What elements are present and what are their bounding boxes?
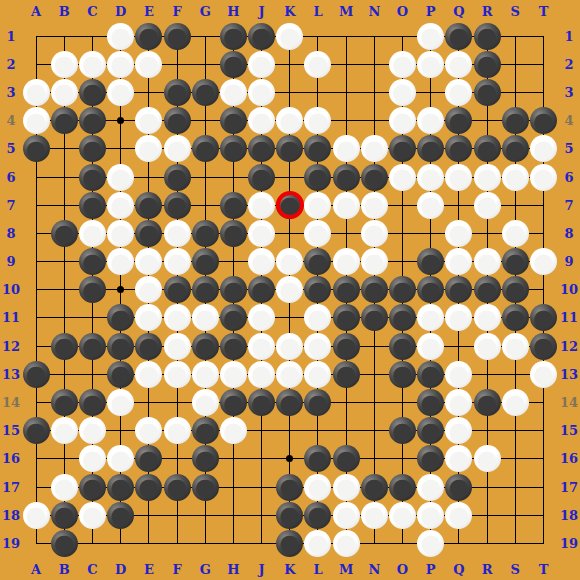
intersection-A16[interactable] [22,445,50,473]
intersection-C17[interactable]: ● [78,473,106,501]
intersection-E9[interactable]: ● [135,248,163,276]
intersection-T18[interactable] [529,501,557,529]
intersection-T13[interactable]: ● [529,360,557,388]
intersection-Q9[interactable]: ● [445,248,473,276]
intersection-B12[interactable]: ● [50,332,78,360]
intersection-H6[interactable] [219,163,247,191]
intersection-H13[interactable]: ● [219,360,247,388]
intersection-G6[interactable] [191,163,219,191]
intersection-E13[interactable]: ● [135,360,163,388]
intersection-T7[interactable] [529,191,557,219]
intersection-E16[interactable]: ● [135,445,163,473]
intersection-P7[interactable]: ● [417,191,445,219]
intersection-C14[interactable]: ● [78,388,106,416]
intersection-E11[interactable]: ● [135,304,163,332]
intersection-Q2[interactable]: ● [445,50,473,78]
intersection-P8[interactable] [417,219,445,247]
intersection-R8[interactable] [473,219,501,247]
intersection-S14[interactable]: ● [501,388,529,416]
intersection-J14[interactable]: ● [248,388,276,416]
intersection-L9[interactable]: ● [304,248,332,276]
intersection-R14[interactable]: ● [473,388,501,416]
intersection-M16[interactable]: ● [332,445,360,473]
intersection-M1[interactable] [332,22,360,50]
intersection-Q3[interactable]: ● [445,78,473,106]
intersection-G19[interactable] [191,529,219,557]
intersection-N6[interactable]: ● [360,163,388,191]
intersection-D17[interactable]: ● [107,473,135,501]
intersection-K11[interactable] [276,304,304,332]
intersection-R7[interactable]: ● [473,191,501,219]
intersection-G1[interactable] [191,22,219,50]
intersection-D18[interactable]: ● [107,501,135,529]
intersection-D10[interactable] [107,276,135,304]
intersection-S12[interactable]: ● [501,332,529,360]
intersection-J19[interactable] [248,529,276,557]
intersection-S7[interactable] [501,191,529,219]
intersection-M3[interactable] [332,78,360,106]
intersection-H5[interactable]: ● [219,135,247,163]
intersection-T12[interactable]: ● [529,332,557,360]
intersection-K16[interactable] [276,445,304,473]
intersection-L3[interactable] [304,78,332,106]
intersection-D3[interactable]: ● [107,78,135,106]
intersection-R16[interactable]: ● [473,445,501,473]
intersection-M10[interactable]: ● [332,276,360,304]
intersection-E2[interactable]: ● [135,50,163,78]
intersection-R2[interactable]: ● [473,50,501,78]
intersection-F4[interactable]: ● [163,107,191,135]
intersection-S1[interactable] [501,22,529,50]
intersection-A19[interactable] [22,529,50,557]
intersection-P4[interactable]: ● [417,107,445,135]
intersection-J1[interactable]: ● [248,22,276,50]
intersection-B8[interactable]: ● [50,219,78,247]
intersection-G4[interactable] [191,107,219,135]
intersection-T3[interactable] [529,78,557,106]
intersection-T17[interactable] [529,473,557,501]
intersection-A1[interactable] [22,22,50,50]
intersection-B13[interactable] [50,360,78,388]
intersection-N4[interactable] [360,107,388,135]
intersection-N13[interactable] [360,360,388,388]
intersection-T1[interactable] [529,22,557,50]
intersection-S19[interactable] [501,529,529,557]
intersection-L11[interactable]: ● [304,304,332,332]
intersection-C8[interactable]: ● [78,219,106,247]
intersection-Q6[interactable]: ● [445,163,473,191]
intersection-R19[interactable] [473,529,501,557]
intersection-N11[interactable]: ● [360,304,388,332]
intersection-P17[interactable]: ● [417,473,445,501]
intersection-B11[interactable] [50,304,78,332]
intersection-M5[interactable]: ● [332,135,360,163]
intersection-J5[interactable]: ● [248,135,276,163]
intersection-P19[interactable]: ● [417,529,445,557]
intersection-Q17[interactable]: ● [445,473,473,501]
intersection-L5[interactable]: ● [304,135,332,163]
intersection-B18[interactable]: ● [50,501,78,529]
intersection-O3[interactable]: ● [388,78,416,106]
intersection-M9[interactable]: ● [332,248,360,276]
intersection-K8[interactable] [276,219,304,247]
intersection-A17[interactable] [22,473,50,501]
intersection-H11[interactable]: ● [219,304,247,332]
intersection-F16[interactable] [163,445,191,473]
intersection-P12[interactable]: ● [417,332,445,360]
intersection-C7[interactable]: ● [78,191,106,219]
intersection-F19[interactable] [163,529,191,557]
intersection-S10[interactable]: ● [501,276,529,304]
intersection-H16[interactable] [219,445,247,473]
intersection-D7[interactable]: ● [107,191,135,219]
intersection-J12[interactable]: ● [248,332,276,360]
intersection-T15[interactable] [529,417,557,445]
intersection-G2[interactable] [191,50,219,78]
intersection-P15[interactable]: ● [417,417,445,445]
intersection-L8[interactable]: ● [304,219,332,247]
intersection-A4[interactable]: ● [22,107,50,135]
intersection-K18[interactable]: ● [276,501,304,529]
intersection-N3[interactable] [360,78,388,106]
intersection-R6[interactable]: ● [473,163,501,191]
intersection-P18[interactable]: ● [417,501,445,529]
intersection-K15[interactable] [276,417,304,445]
intersection-R17[interactable] [473,473,501,501]
intersection-M13[interactable]: ● [332,360,360,388]
intersection-R12[interactable]: ● [473,332,501,360]
intersection-B1[interactable] [50,22,78,50]
intersection-R1[interactable]: ● [473,22,501,50]
intersection-N2[interactable] [360,50,388,78]
intersection-F12[interactable]: ● [163,332,191,360]
intersection-D1[interactable]: ● [107,22,135,50]
intersection-K5[interactable]: ● [276,135,304,163]
intersection-T8[interactable] [529,219,557,247]
intersection-O18[interactable]: ● [388,501,416,529]
intersection-F10[interactable]: ● [163,276,191,304]
intersection-S18[interactable] [501,501,529,529]
intersection-D2[interactable]: ● [107,50,135,78]
intersection-E4[interactable]: ● [135,107,163,135]
intersection-L10[interactable]: ● [304,276,332,304]
intersection-D19[interactable] [107,529,135,557]
intersection-B14[interactable]: ● [50,388,78,416]
intersection-C12[interactable]: ● [78,332,106,360]
intersection-B16[interactable] [50,445,78,473]
intersection-E19[interactable] [135,529,163,557]
intersection-J18[interactable] [248,501,276,529]
intersection-E7[interactable]: ● [135,191,163,219]
intersection-L19[interactable]: ● [304,529,332,557]
intersection-H8[interactable]: ● [219,219,247,247]
intersection-N17[interactable]: ● [360,473,388,501]
intersection-C3[interactable]: ● [78,78,106,106]
intersection-Q12[interactable] [445,332,473,360]
intersection-R5[interactable]: ● [473,135,501,163]
intersection-A7[interactable] [22,191,50,219]
intersection-G16[interactable]: ● [191,445,219,473]
intersection-Q1[interactable]: ● [445,22,473,50]
intersection-E8[interactable]: ● [135,219,163,247]
intersection-B7[interactable] [50,191,78,219]
intersection-J2[interactable]: ● [248,50,276,78]
intersection-Q10[interactable]: ● [445,276,473,304]
intersection-O16[interactable] [388,445,416,473]
intersection-B2[interactable]: ● [50,50,78,78]
intersection-O7[interactable] [388,191,416,219]
intersection-B19[interactable]: ● [50,529,78,557]
intersection-A2[interactable] [22,50,50,78]
intersection-S15[interactable] [501,417,529,445]
intersection-H1[interactable]: ● [219,22,247,50]
intersection-O17[interactable]: ● [388,473,416,501]
intersection-A12[interactable] [22,332,50,360]
intersection-J4[interactable]: ● [248,107,276,135]
intersection-G14[interactable]: ● [191,388,219,416]
intersection-R18[interactable] [473,501,501,529]
intersection-B9[interactable] [50,248,78,276]
intersection-K12[interactable]: ● [276,332,304,360]
intersection-N16[interactable] [360,445,388,473]
intersection-E17[interactable]: ● [135,473,163,501]
intersection-J7[interactable]: ● [248,191,276,219]
intersection-F9[interactable]: ● [163,248,191,276]
intersection-Q7[interactable] [445,191,473,219]
intersection-B17[interactable]: ● [50,473,78,501]
intersection-P5[interactable]: ● [417,135,445,163]
intersection-F5[interactable]: ● [163,135,191,163]
intersection-D13[interactable]: ● [107,360,135,388]
intersection-N9[interactable]: ● [360,248,388,276]
intersection-F14[interactable] [163,388,191,416]
intersection-R3[interactable]: ● [473,78,501,106]
intersection-A10[interactable] [22,276,50,304]
intersection-Q5[interactable]: ● [445,135,473,163]
intersection-G11[interactable]: ● [191,304,219,332]
intersection-O8[interactable] [388,219,416,247]
intersection-B10[interactable] [50,276,78,304]
intersection-S17[interactable] [501,473,529,501]
intersection-D4[interactable] [107,107,135,135]
intersection-B3[interactable]: ● [50,78,78,106]
intersection-M7[interactable]: ● [332,191,360,219]
intersection-L15[interactable] [304,417,332,445]
intersection-M17[interactable]: ● [332,473,360,501]
intersection-H9[interactable] [219,248,247,276]
intersection-J15[interactable] [248,417,276,445]
intersection-D15[interactable] [107,417,135,445]
intersection-F13[interactable]: ● [163,360,191,388]
intersection-K6[interactable] [276,163,304,191]
intersection-K14[interactable]: ● [276,388,304,416]
intersection-J10[interactable]: ● [248,276,276,304]
intersection-K7[interactable]: ● [276,191,304,219]
intersection-S3[interactable] [501,78,529,106]
intersection-A18[interactable]: ● [22,501,50,529]
intersection-G17[interactable]: ● [191,473,219,501]
intersection-C11[interactable] [78,304,106,332]
intersection-T11[interactable]: ● [529,304,557,332]
intersection-S4[interactable]: ● [501,107,529,135]
intersection-S11[interactable]: ● [501,304,529,332]
intersection-D6[interactable]: ● [107,163,135,191]
intersection-E5[interactable]: ● [135,135,163,163]
intersection-O13[interactable]: ● [388,360,416,388]
intersection-O12[interactable]: ● [388,332,416,360]
intersection-O1[interactable] [388,22,416,50]
intersection-O4[interactable]: ● [388,107,416,135]
intersection-L12[interactable]: ● [304,332,332,360]
intersection-A9[interactable] [22,248,50,276]
intersection-D12[interactable]: ● [107,332,135,360]
intersection-Q15[interactable]: ● [445,417,473,445]
intersection-B6[interactable] [50,163,78,191]
intersection-C2[interactable]: ● [78,50,106,78]
intersection-H14[interactable]: ● [219,388,247,416]
intersection-M18[interactable]: ● [332,501,360,529]
intersection-H12[interactable]: ● [219,332,247,360]
intersection-H19[interactable] [219,529,247,557]
intersection-K19[interactable]: ● [276,529,304,557]
intersection-N19[interactable] [360,529,388,557]
intersection-O10[interactable]: ● [388,276,416,304]
intersection-N18[interactable]: ● [360,501,388,529]
intersection-J16[interactable] [248,445,276,473]
intersection-C16[interactable]: ● [78,445,106,473]
intersection-F15[interactable]: ● [163,417,191,445]
intersection-S6[interactable]: ● [501,163,529,191]
intersection-Q14[interactable]: ● [445,388,473,416]
intersection-T19[interactable] [529,529,557,557]
intersection-S5[interactable]: ● [501,135,529,163]
intersection-E18[interactable] [135,501,163,529]
intersection-T4[interactable]: ● [529,107,557,135]
intersection-C19[interactable] [78,529,106,557]
intersection-S8[interactable]: ● [501,219,529,247]
intersection-C4[interactable]: ● [78,107,106,135]
intersection-O11[interactable]: ● [388,304,416,332]
intersection-F1[interactable]: ● [163,22,191,50]
intersection-K10[interactable]: ● [276,276,304,304]
intersection-K13[interactable]: ● [276,360,304,388]
intersection-G13[interactable]: ● [191,360,219,388]
intersection-N7[interactable]: ● [360,191,388,219]
intersection-H17[interactable] [219,473,247,501]
intersection-F2[interactable] [163,50,191,78]
intersection-M8[interactable] [332,219,360,247]
intersection-F11[interactable]: ● [163,304,191,332]
intersection-A14[interactable] [22,388,50,416]
intersection-J9[interactable]: ● [248,248,276,276]
intersection-D16[interactable]: ● [107,445,135,473]
intersection-N14[interactable] [360,388,388,416]
intersection-L2[interactable]: ● [304,50,332,78]
intersection-G5[interactable]: ● [191,135,219,163]
intersection-Q8[interactable]: ● [445,219,473,247]
intersection-S9[interactable]: ● [501,248,529,276]
intersection-C10[interactable]: ● [78,276,106,304]
intersection-A13[interactable]: ● [22,360,50,388]
intersection-L4[interactable]: ● [304,107,332,135]
intersection-G15[interactable]: ● [191,417,219,445]
intersection-H2[interactable]: ● [219,50,247,78]
intersection-O19[interactable] [388,529,416,557]
intersection-T9[interactable]: ● [529,248,557,276]
intersection-P10[interactable]: ● [417,276,445,304]
intersection-P11[interactable]: ● [417,304,445,332]
intersection-G12[interactable]: ● [191,332,219,360]
intersection-L14[interactable]: ● [304,388,332,416]
intersection-L7[interactable]: ● [304,191,332,219]
intersection-O14[interactable] [388,388,416,416]
intersection-O15[interactable]: ● [388,417,416,445]
intersection-P13[interactable]: ● [417,360,445,388]
intersection-F6[interactable]: ● [163,163,191,191]
intersection-E6[interactable] [135,163,163,191]
intersection-S16[interactable] [501,445,529,473]
intersection-G10[interactable]: ● [191,276,219,304]
intersection-E14[interactable] [135,388,163,416]
intersection-T14[interactable] [529,388,557,416]
intersection-M12[interactable]: ● [332,332,360,360]
intersection-P9[interactable]: ● [417,248,445,276]
intersection-G18[interactable] [191,501,219,529]
intersection-P16[interactable]: ● [417,445,445,473]
intersection-N12[interactable] [360,332,388,360]
intersection-L17[interactable]: ● [304,473,332,501]
intersection-Q4[interactable]: ● [445,107,473,135]
intersection-L16[interactable]: ● [304,445,332,473]
intersection-H15[interactable]: ● [219,417,247,445]
intersection-K9[interactable]: ● [276,248,304,276]
intersection-N5[interactable]: ● [360,135,388,163]
intersection-E3[interactable] [135,78,163,106]
intersection-G3[interactable]: ● [191,78,219,106]
intersection-C18[interactable]: ● [78,501,106,529]
intersection-H7[interactable]: ● [219,191,247,219]
intersection-S2[interactable] [501,50,529,78]
intersection-T2[interactable] [529,50,557,78]
intersection-F7[interactable]: ● [163,191,191,219]
intersection-L1[interactable] [304,22,332,50]
intersection-N15[interactable] [360,417,388,445]
intersection-E15[interactable]: ● [135,417,163,445]
intersection-L18[interactable]: ● [304,501,332,529]
intersection-O9[interactable] [388,248,416,276]
intersection-P2[interactable]: ● [417,50,445,78]
intersection-B15[interactable]: ● [50,417,78,445]
intersection-M15[interactable] [332,417,360,445]
intersection-N8[interactable]: ● [360,219,388,247]
intersection-N10[interactable]: ● [360,276,388,304]
intersection-K1[interactable]: ● [276,22,304,50]
intersection-R4[interactable] [473,107,501,135]
intersection-C9[interactable]: ● [78,248,106,276]
intersection-R9[interactable]: ● [473,248,501,276]
intersection-M19[interactable]: ● [332,529,360,557]
intersection-D5[interactable] [107,135,135,163]
intersection-C15[interactable]: ● [78,417,106,445]
intersection-N1[interactable] [360,22,388,50]
intersection-E1[interactable]: ● [135,22,163,50]
intersection-J11[interactable]: ● [248,304,276,332]
intersection-L6[interactable]: ● [304,163,332,191]
intersection-R11[interactable]: ● [473,304,501,332]
intersection-J13[interactable]: ● [248,360,276,388]
intersection-M2[interactable] [332,50,360,78]
intersection-T6[interactable]: ● [529,163,557,191]
